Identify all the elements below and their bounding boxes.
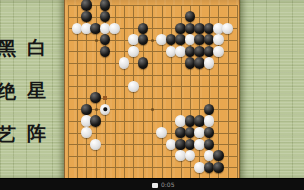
black-stone bbox=[204, 104, 215, 115]
black-stone bbox=[204, 139, 215, 150]
black-player-char-1: 绝 bbox=[0, 82, 16, 101]
grid-line-horizontal bbox=[68, 86, 239, 87]
black-stone bbox=[138, 34, 149, 45]
black-player-char-2: 艺 bbox=[0, 125, 16, 144]
grid-line-vertical bbox=[237, 5, 238, 178]
white-label: 白 bbox=[27, 38, 46, 57]
white-stone bbox=[213, 46, 224, 57]
white-stone bbox=[156, 127, 167, 138]
grid-line-vertical bbox=[162, 5, 163, 178]
white-stone bbox=[100, 104, 111, 115]
white-stone bbox=[109, 23, 120, 34]
black-stone bbox=[100, 46, 111, 57]
grid-line-horizontal bbox=[68, 75, 239, 76]
white-stone bbox=[128, 46, 139, 57]
star-point bbox=[95, 108, 98, 111]
grid-line-horizontal bbox=[68, 5, 239, 6]
black-stone bbox=[100, 34, 111, 45]
black-player-label-column: 黑 绝 艺 bbox=[0, 39, 16, 168]
black-stone bbox=[90, 92, 101, 103]
black-stone bbox=[100, 0, 111, 11]
white-stone bbox=[222, 23, 233, 34]
black-label: 黑 bbox=[0, 39, 16, 58]
white-stone bbox=[185, 150, 196, 161]
white-stone bbox=[81, 127, 92, 138]
right-tatami-panel: 徐老师围棋教室 bbox=[240, 0, 304, 178]
video-player-bar[interactable]: 0:05 bbox=[0, 178, 304, 190]
star-point bbox=[151, 108, 154, 111]
progress-indicator[interactable] bbox=[152, 183, 158, 188]
white-stone bbox=[90, 139, 101, 150]
black-stone bbox=[81, 11, 92, 22]
white-stone bbox=[119, 57, 130, 68]
grid-line-horizontal bbox=[68, 17, 239, 18]
black-stone bbox=[138, 23, 149, 34]
left-tatami-panel: 黑 绝 艺 白 星 阵 bbox=[0, 0, 65, 178]
black-stone bbox=[213, 150, 224, 161]
time-label: 0:05 bbox=[161, 182, 174, 188]
grid-line-vertical bbox=[171, 5, 172, 178]
black-stone bbox=[81, 104, 92, 115]
last-move-marker bbox=[103, 108, 106, 111]
white-player-char-2: 阵 bbox=[27, 124, 46, 143]
white-stone bbox=[213, 34, 224, 45]
white-stone bbox=[204, 57, 215, 68]
video-frame: 黑 绝 艺 白 星 阵 徐老师围棋教室 0:05 bbox=[0, 0, 304, 190]
grid-line-vertical bbox=[68, 5, 69, 178]
black-stone bbox=[138, 57, 149, 68]
black-stone bbox=[185, 11, 196, 22]
white-player-char-1: 星 bbox=[27, 81, 46, 100]
white-stone bbox=[128, 81, 139, 92]
black-stone bbox=[90, 115, 101, 126]
grid-line-vertical bbox=[152, 5, 153, 178]
white-stone bbox=[204, 115, 215, 126]
black-stone bbox=[213, 162, 224, 173]
star-point bbox=[151, 39, 154, 42]
go-board bbox=[64, 0, 240, 178]
star-point bbox=[95, 39, 98, 42]
black-stone bbox=[204, 127, 215, 138]
grid-line-vertical bbox=[124, 5, 125, 178]
black-stone bbox=[81, 0, 92, 11]
square-annotation-marker bbox=[103, 96, 108, 101]
black-stone bbox=[100, 11, 111, 22]
white-player-label-column: 白 星 阵 bbox=[27, 38, 46, 167]
